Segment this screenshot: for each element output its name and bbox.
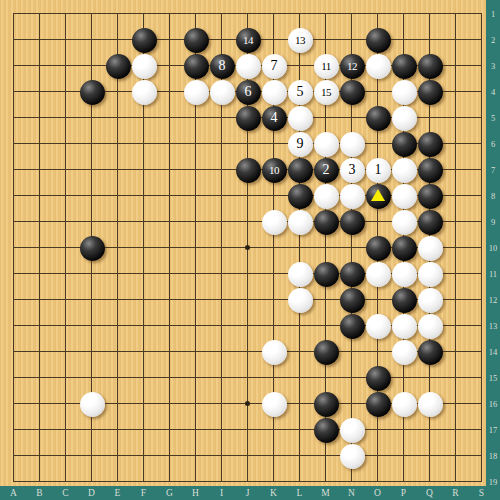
row-label-15: 15 [486, 365, 500, 391]
stone-Q13-white [418, 314, 443, 339]
column-label-M: M [313, 486, 339, 500]
stone-P11-white [392, 262, 417, 287]
star-point [245, 245, 250, 250]
move-number-label: 12 [347, 61, 357, 72]
stone-D16-white [80, 392, 105, 417]
stone-P3-black [392, 54, 417, 79]
stone-Q12-white [418, 288, 443, 313]
stone-P13-white [392, 314, 417, 339]
stone-K14-white [262, 340, 287, 365]
star-point [245, 401, 250, 406]
stone-M17-black [314, 418, 339, 443]
stone-P7-white [392, 158, 417, 183]
move-number-label: 5 [297, 85, 304, 99]
stone-L6-white: 9 [288, 132, 313, 157]
stone-O7-white: 1 [366, 158, 391, 183]
row-label-18: 18 [486, 443, 500, 469]
stone-L7-black [288, 158, 313, 183]
column-label-A: A [1, 486, 27, 500]
column-label-N: N [339, 486, 365, 500]
stone-J7-black [236, 158, 261, 183]
go-board[interactable]: 141387111265154910231 [0, 0, 500, 500]
stone-Q16-white [418, 392, 443, 417]
stone-P4-white [392, 80, 417, 105]
stone-I3-black: 8 [210, 54, 235, 79]
stone-Q8-black [418, 184, 443, 209]
stone-P10-black [392, 236, 417, 261]
row-label-8: 8 [486, 183, 500, 209]
stone-L8-black [288, 184, 313, 209]
column-label-D: D [79, 486, 105, 500]
stone-K3-white: 7 [262, 54, 287, 79]
stone-M3-white: 11 [314, 54, 339, 79]
stone-Q11-white [418, 262, 443, 287]
move-number-label: 3 [349, 163, 356, 177]
move-number-label: 1 [375, 163, 382, 177]
move-number-label: 7 [271, 59, 278, 73]
stone-Q6-black [418, 132, 443, 157]
stone-P5-white [392, 106, 417, 131]
stone-Q7-black [418, 158, 443, 183]
stone-M14-black [314, 340, 339, 365]
stone-I4-white [210, 80, 235, 105]
stone-L11-white [288, 262, 313, 287]
stone-O11-white [366, 262, 391, 287]
stone-J5-black [236, 106, 261, 131]
row-label-12: 12 [486, 287, 500, 313]
stone-D10-black [80, 236, 105, 261]
column-label-I: I [209, 486, 235, 500]
stone-Q10-white [418, 236, 443, 261]
stone-M8-white [314, 184, 339, 209]
column-label-J: J [235, 486, 261, 500]
stone-P9-white [392, 210, 417, 235]
stone-N18-white [340, 444, 365, 469]
move-number-label: 2 [323, 163, 330, 177]
stone-N6-white [340, 132, 365, 157]
stone-J4-black: 6 [236, 80, 261, 105]
stone-O15-black [366, 366, 391, 391]
stone-N3-black: 12 [340, 54, 365, 79]
row-label-13: 13 [486, 313, 500, 339]
stone-F2-black [132, 28, 157, 53]
stone-M6-white [314, 132, 339, 157]
move-number-label: 6 [245, 85, 252, 99]
stone-O13-white [366, 314, 391, 339]
stone-M11-black [314, 262, 339, 287]
move-number-label: 10 [269, 165, 279, 176]
row-label-9: 9 [486, 209, 500, 235]
stone-M9-black [314, 210, 339, 235]
stone-M4-white: 15 [314, 80, 339, 105]
column-label-C: C [53, 486, 79, 500]
column-label-H: H [183, 486, 209, 500]
stone-K16-white [262, 392, 287, 417]
stone-Q14-black [418, 340, 443, 365]
column-label-Q: Q [417, 486, 443, 500]
stone-L9-white [288, 210, 313, 235]
stone-O16-black [366, 392, 391, 417]
row-label-3: 3 [486, 53, 500, 79]
move-number-label: 14 [243, 35, 253, 46]
column-label-O: O [365, 486, 391, 500]
column-label-F: F [131, 486, 157, 500]
stone-H4-white [184, 80, 209, 105]
stone-K9-white [262, 210, 287, 235]
stone-N4-black [340, 80, 365, 105]
row-label-14: 14 [486, 339, 500, 365]
column-label-R: R [443, 486, 469, 500]
stone-E3-black [106, 54, 131, 79]
stone-N17-white [340, 418, 365, 443]
row-label-10: 10 [486, 235, 500, 261]
triangle-marker-icon [371, 189, 385, 201]
stone-N11-black [340, 262, 365, 287]
stone-K4-white [262, 80, 287, 105]
row-label-11: 11 [486, 261, 500, 287]
row-label-6: 6 [486, 131, 500, 157]
move-number-label: 4 [271, 111, 278, 125]
row-label-17: 17 [486, 417, 500, 443]
stone-K5-black: 4 [262, 106, 287, 131]
stone-O8-black [366, 184, 391, 209]
stone-F3-white [132, 54, 157, 79]
stone-Q3-black [418, 54, 443, 79]
stone-L12-white [288, 288, 313, 313]
stone-N13-black [340, 314, 365, 339]
stone-L4-white: 5 [288, 80, 313, 105]
row-label-4: 4 [486, 79, 500, 105]
stone-M16-black [314, 392, 339, 417]
row-label-1: 1 [486, 1, 500, 27]
move-number-label: 11 [321, 61, 331, 72]
stone-K7-black: 10 [262, 158, 287, 183]
stone-Q9-black [418, 210, 443, 235]
move-number-label: 15 [321, 87, 331, 98]
stone-P8-white [392, 184, 417, 209]
column-label-P: P [391, 486, 417, 500]
stone-P12-black [392, 288, 417, 313]
stone-J2-black: 14 [236, 28, 261, 53]
stone-O10-black [366, 236, 391, 261]
stone-P16-white [392, 392, 417, 417]
stone-P6-black [392, 132, 417, 157]
stone-H3-black [184, 54, 209, 79]
row-label-5: 5 [486, 105, 500, 131]
move-number-label: 8 [219, 59, 226, 73]
stone-N8-white [340, 184, 365, 209]
stone-P14-white [392, 340, 417, 365]
column-label-B: B [27, 486, 53, 500]
stone-O2-black [366, 28, 391, 53]
stone-N7-white: 3 [340, 158, 365, 183]
row-coordinate-strip: 12345678910111213141516171819 [486, 0, 500, 500]
move-number-label: 9 [297, 137, 304, 151]
row-label-7: 7 [486, 157, 500, 183]
column-coordinate-strip: ABCDEFGHIJKLMNOPQRS [0, 486, 500, 500]
go-kifu-page: 141387111265154910231 123456789101112131… [0, 0, 500, 500]
column-label-G: G [157, 486, 183, 500]
row-label-16: 16 [486, 391, 500, 417]
stone-Q4-black [418, 80, 443, 105]
stone-F4-white [132, 80, 157, 105]
row-label-2: 2 [486, 27, 500, 53]
stone-J3-white [236, 54, 261, 79]
stone-N9-black [340, 210, 365, 235]
column-label-L: L [287, 486, 313, 500]
stone-N12-black [340, 288, 365, 313]
stone-O5-black [366, 106, 391, 131]
stone-O3-white [366, 54, 391, 79]
stone-L5-white [288, 106, 313, 131]
stone-M7-black: 2 [314, 158, 339, 183]
column-label-S: S [469, 486, 495, 500]
stone-H2-black [184, 28, 209, 53]
column-label-E: E [105, 486, 131, 500]
column-label-K: K [261, 486, 287, 500]
move-number-label: 13 [295, 35, 305, 46]
stone-L2-white: 13 [288, 28, 313, 53]
stone-D4-black [80, 80, 105, 105]
